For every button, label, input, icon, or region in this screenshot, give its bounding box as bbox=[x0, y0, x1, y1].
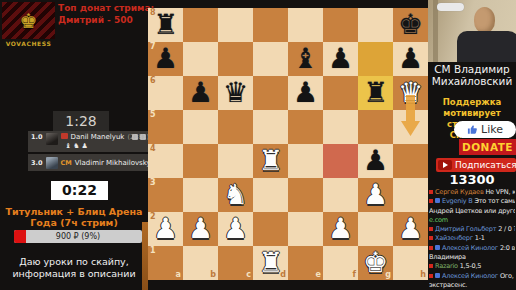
subscriber-count: 13300 bbox=[428, 172, 516, 187]
white-rook[interactable]: ♜ bbox=[253, 144, 288, 178]
square-a4[interactable]: 4 bbox=[148, 144, 183, 178]
square-h2[interactable]: ♟ bbox=[393, 212, 428, 246]
black-pawn[interactable]: ♟ bbox=[393, 42, 428, 76]
black-bishop[interactable]: ♝ bbox=[288, 42, 323, 76]
square-f1[interactable]: f bbox=[323, 246, 358, 280]
chat-message: Алексей Кинолог Ого, я bbox=[429, 272, 515, 281]
lessons-ad: Даю уроки по скайпу, информация в описан… bbox=[0, 256, 148, 279]
rank-label: 3 bbox=[150, 179, 156, 187]
player-name: Danil Manelyuk bbox=[71, 133, 125, 141]
play-triangle-icon bbox=[443, 162, 448, 168]
square-g1[interactable]: g♚ bbox=[358, 246, 393, 280]
donate-button[interactable]: DONATE bbox=[459, 139, 516, 155]
white-rook[interactable]: ♜ bbox=[253, 246, 288, 280]
like-button[interactable]: Like bbox=[454, 121, 516, 138]
row-badges bbox=[132, 134, 146, 140]
rank-label: 4 bbox=[150, 145, 156, 153]
square-d7[interactable] bbox=[253, 42, 288, 76]
file-label: a bbox=[176, 271, 181, 279]
file-label: f bbox=[353, 271, 356, 279]
square-b1[interactable]: b bbox=[183, 246, 218, 280]
square-e7[interactable]: ♝ bbox=[288, 42, 323, 76]
square-f4[interactable] bbox=[323, 144, 358, 178]
white-pawn[interactable]: ♟ bbox=[323, 212, 358, 246]
chat-message: Алексей Кинолог 2:0 в пользу bbox=[429, 244, 515, 253]
file-label: b bbox=[210, 271, 216, 279]
square-a5[interactable]: 5 bbox=[148, 110, 183, 144]
black-pawn[interactable]: ♟ bbox=[358, 144, 393, 178]
square-f2[interactable]: ♟ bbox=[323, 212, 358, 246]
chat-text: Evgeniy B bbox=[442, 197, 473, 205]
square-c3[interactable]: ♞ bbox=[218, 178, 253, 212]
white-pawn[interactable]: ♟ bbox=[358, 178, 393, 212]
chat-message: Evgeniy B Это тот самый bbox=[429, 197, 515, 206]
top-donation-value: Дмитрий - 500 bbox=[58, 15, 154, 27]
subscribe-button[interactable]: Подписаться bbox=[436, 158, 516, 172]
chat-dot-icon bbox=[429, 264, 433, 268]
title-badge: CM bbox=[61, 159, 72, 167]
square-b4[interactable] bbox=[183, 144, 218, 178]
rank-label: 6 bbox=[150, 77, 156, 85]
chat-message: Андрей Цветков или другой? bbox=[429, 207, 515, 216]
like-label: Like bbox=[481, 123, 503, 136]
player-score: 1.0 bbox=[31, 133, 43, 141]
black-rook[interactable]: ♜ bbox=[358, 76, 393, 110]
top-donation-title: Топ донат стрима: bbox=[58, 3, 154, 15]
square-c1[interactable]: c bbox=[218, 246, 253, 280]
square-d4[interactable]: ♜ bbox=[253, 144, 288, 178]
support-message-line1: Поддержка мотивирует bbox=[428, 97, 516, 119]
youtube-play-icon bbox=[438, 160, 452, 170]
square-c4[interactable] bbox=[218, 144, 253, 178]
streamer-name-line1: СМ Владимир bbox=[428, 63, 516, 75]
square-g5[interactable] bbox=[358, 110, 393, 144]
file-label: c bbox=[246, 271, 251, 279]
chat-dot-icon bbox=[429, 190, 433, 194]
chat-text: Сергей Кудаев bbox=[435, 188, 484, 196]
square-a7[interactable]: 7♟ bbox=[148, 42, 183, 76]
chat-message: e.com bbox=[429, 216, 515, 225]
chat-message: Razario 1,5-0,5 bbox=[429, 262, 515, 271]
chat-text: 1,5-0,5 bbox=[458, 262, 482, 270]
standings-row-1[interactable]: 1.0 Danil Manelyuk (2181) ♝♞♟ bbox=[28, 131, 148, 152]
white-knight[interactable]: ♞ bbox=[218, 178, 253, 212]
chat-text: Не VPN, кстати. bbox=[484, 188, 515, 196]
square-a6[interactable]: 6 bbox=[148, 76, 183, 110]
square-e3[interactable] bbox=[288, 178, 323, 212]
white-pawn[interactable]: ♟ bbox=[148, 212, 183, 246]
square-f8[interactable] bbox=[323, 8, 358, 42]
square-c5[interactable] bbox=[218, 110, 253, 144]
square-a2[interactable]: 2♟ bbox=[148, 212, 183, 246]
square-e4[interactable] bbox=[288, 144, 323, 178]
square-d3[interactable] bbox=[253, 178, 288, 212]
webcam-caption bbox=[437, 3, 464, 11]
square-d5[interactable] bbox=[253, 110, 288, 144]
chat-text: Razario bbox=[435, 262, 458, 270]
streamer-torso bbox=[457, 31, 516, 62]
square-b5[interactable] bbox=[183, 110, 218, 144]
square-e8[interactable] bbox=[288, 8, 323, 42]
chat-dot-icon bbox=[429, 274, 433, 278]
square-c8[interactable] bbox=[218, 8, 253, 42]
stream-overlay: ♚ VOVACHESS Топ донат стрима: Дмитрий - … bbox=[0, 0, 516, 290]
square-d8[interactable] bbox=[253, 8, 288, 42]
thumbs-up-icon bbox=[467, 124, 478, 135]
chess-board[interactable]: 8♜♚7♟♝♟♟6♟♛♟♜♛54♜♟3♞♟2♟♟♟♟♟1abcd♜efg♚h bbox=[148, 8, 428, 280]
square-f3[interactable] bbox=[323, 178, 358, 212]
square-h6[interactable]: ♛ bbox=[393, 76, 428, 110]
chat-text: 2:0 в пользу bbox=[498, 244, 515, 252]
chat-message: Сергей Кудаев Не VPN, кстати. bbox=[429, 188, 515, 197]
square-g4[interactable]: ♟ bbox=[358, 144, 393, 178]
donation-progress-label: 900 ₽ (9%) bbox=[14, 230, 142, 243]
square-f7[interactable]: ♟ bbox=[323, 42, 358, 76]
chat-text: 2 / 0 ? bbox=[496, 225, 515, 233]
square-a3[interactable]: 3 bbox=[148, 178, 183, 212]
captured-pieces: ♝♞♟ bbox=[65, 142, 90, 150]
chat-text: Алексей Кинолог bbox=[442, 244, 498, 252]
square-f5[interactable] bbox=[323, 110, 358, 144]
square-a8[interactable]: 8♜ bbox=[148, 8, 183, 42]
square-e1[interactable]: e bbox=[288, 246, 323, 280]
black-pawn[interactable]: ♟ bbox=[288, 76, 323, 110]
black-pawn[interactable]: ♟ bbox=[183, 76, 218, 110]
black-king[interactable]: ♚ bbox=[393, 8, 428, 42]
square-a1[interactable]: 1a bbox=[148, 246, 183, 280]
square-b8[interactable] bbox=[183, 8, 218, 42]
file-label: e bbox=[316, 271, 321, 279]
streamer-name-line2: Михайловский bbox=[428, 75, 516, 87]
rank-label: 5 bbox=[150, 111, 156, 119]
square-h1[interactable]: h bbox=[393, 246, 428, 280]
lessons-ad-line1: Даю уроки по скайпу, bbox=[0, 256, 148, 268]
square-f6[interactable] bbox=[323, 76, 358, 110]
chess-king-icon: ♚ bbox=[20, 9, 38, 33]
chat-text: 1-1 bbox=[473, 234, 485, 242]
standings-row-2[interactable]: 3.0 CM Vladimir Mikhailovsky (2757 bbox=[28, 154, 148, 171]
chat-dot-icon bbox=[429, 236, 433, 240]
square-e6[interactable]: ♟ bbox=[288, 76, 323, 110]
avatar bbox=[46, 157, 58, 169]
chat-text: Андрей Цветков или другой? bbox=[429, 207, 515, 215]
square-g8[interactable] bbox=[358, 8, 393, 42]
square-h7[interactable]: ♟ bbox=[393, 42, 428, 76]
chat-text: Алексей Кинолог bbox=[442, 272, 498, 280]
square-b2[interactable]: ♟ bbox=[183, 212, 218, 246]
rank-label: 1 bbox=[150, 247, 156, 255]
square-b3[interactable] bbox=[183, 178, 218, 212]
top-donation: Топ донат стрима: Дмитрий - 500 bbox=[58, 3, 154, 26]
square-e5[interactable] bbox=[288, 110, 323, 144]
white-pawn[interactable]: ♟ bbox=[218, 212, 253, 246]
square-g2[interactable] bbox=[358, 212, 393, 246]
chat-text: Дмитрий Гольберт bbox=[435, 225, 496, 233]
tournament-title-line1: Титульник + Блиц Арена bbox=[0, 207, 148, 218]
chat-dot-icon bbox=[429, 199, 433, 203]
badge-icon bbox=[140, 134, 146, 140]
lessons-ad-line2: информация в описании bbox=[0, 268, 148, 280]
player-clock: 0:22 bbox=[51, 181, 108, 200]
chat-text: Хайзенберг bbox=[435, 234, 473, 242]
black-rook[interactable]: ♜ bbox=[148, 8, 183, 42]
chat-text: Это тот самый bbox=[473, 197, 515, 205]
tournament-standings: 1.0 Danil Manelyuk (2181) ♝♞♟ 3.0 CM Vla… bbox=[28, 131, 148, 173]
white-queen[interactable]: ♛ bbox=[393, 76, 428, 110]
chat-text: e.com bbox=[429, 216, 448, 224]
subscribe-label: Подписаться bbox=[455, 160, 516, 170]
square-c2[interactable]: ♟ bbox=[218, 212, 253, 246]
streamer-head bbox=[474, 7, 495, 33]
black-queen[interactable]: ♛ bbox=[218, 76, 253, 110]
chat-message: Дмитрий Гольберт 2 / 0 ? bbox=[429, 225, 515, 234]
chat-text: экстрасенс. bbox=[429, 281, 467, 289]
white-pawn[interactable]: ♟ bbox=[183, 212, 218, 246]
chat-message: экстрасенс. bbox=[429, 281, 515, 290]
square-d1[interactable]: d♜ bbox=[253, 246, 288, 280]
square-h4[interactable] bbox=[393, 144, 428, 178]
chat-dot-icon bbox=[429, 227, 433, 231]
tournament-title-line2: Года (7ч стрим) bbox=[0, 218, 148, 229]
chat-text: Владимира bbox=[429, 253, 466, 261]
channel-logo-text: VOVACHESS bbox=[0, 40, 57, 47]
black-pawn[interactable]: ♟ bbox=[148, 42, 183, 76]
square-h3[interactable] bbox=[393, 178, 428, 212]
player-score: 3.0 bbox=[31, 159, 43, 167]
square-d6[interactable] bbox=[253, 76, 288, 110]
square-c6[interactable]: ♛ bbox=[218, 76, 253, 110]
chat-dot-icon bbox=[429, 246, 433, 250]
square-c7[interactable] bbox=[218, 42, 253, 76]
player-name: Vladimir Mikhailovsky bbox=[75, 159, 151, 167]
square-h5[interactable] bbox=[393, 110, 428, 144]
donation-progress-bar: 900 ₽ (9%) bbox=[14, 230, 142, 243]
opponent-clock: 1:28 bbox=[53, 111, 109, 131]
badge-icon bbox=[132, 134, 138, 140]
moderator-badge-icon bbox=[435, 273, 440, 278]
tournament-title: Титульник + Блиц Арена Года (7ч стрим) bbox=[0, 207, 148, 228]
white-king[interactable]: ♚ bbox=[358, 246, 393, 280]
square-b6[interactable]: ♟ bbox=[183, 76, 218, 110]
channel-logo: ♚ bbox=[2, 2, 55, 39]
square-g3[interactable]: ♟ bbox=[358, 178, 393, 212]
moderator-badge-icon bbox=[435, 198, 440, 203]
square-e2[interactable] bbox=[288, 212, 323, 246]
square-b7[interactable] bbox=[183, 42, 218, 76]
flag-icon bbox=[61, 133, 68, 139]
avatar bbox=[46, 133, 58, 145]
streamer-name: СМ Владимир Михайловский bbox=[428, 63, 516, 87]
chat-message: Владимира bbox=[429, 253, 515, 262]
file-label: h bbox=[420, 271, 426, 279]
white-pawn[interactable]: ♟ bbox=[393, 212, 428, 246]
moderator-badge-icon bbox=[435, 245, 440, 250]
square-g6[interactable]: ♜ bbox=[358, 76, 393, 110]
chat-text: Ого, я bbox=[498, 272, 515, 280]
chat-panel[interactable]: Сергей Кудаев Не VPN, кстати.Evgeniy B Э… bbox=[429, 188, 515, 290]
square-d2[interactable] bbox=[253, 212, 288, 246]
chat-message: Хайзенберг 1-1 bbox=[429, 234, 515, 243]
square-h8[interactable]: ♚ bbox=[393, 8, 428, 42]
black-pawn[interactable]: ♟ bbox=[323, 42, 358, 76]
square-g7[interactable] bbox=[358, 42, 393, 76]
